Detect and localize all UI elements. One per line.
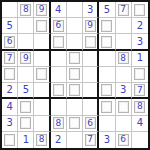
cell-r9c9 xyxy=(132,132,148,148)
cell-r7c3 xyxy=(34,99,50,115)
entry-input-filled[interactable]: 6 xyxy=(4,36,15,48)
cell-r2c6[interactable]: 9 xyxy=(83,18,99,34)
cell-r5c6 xyxy=(83,67,99,83)
cell-r7c5 xyxy=(67,99,83,115)
entry-input-filled[interactable]: 9 xyxy=(20,52,31,64)
given-digit: 4 xyxy=(137,118,143,128)
entry-input-empty[interactable] xyxy=(118,101,129,113)
cell-r4c6 xyxy=(83,51,99,67)
cell-r4c9: 1 xyxy=(132,51,148,67)
given-digit: 5 xyxy=(23,85,29,95)
cell-r1c8[interactable]: 7 xyxy=(116,2,132,18)
cell-r3c3 xyxy=(34,34,50,50)
cell-r2c8 xyxy=(116,18,132,34)
entry-digit: 6 xyxy=(55,21,61,30)
cell-r1c2[interactable]: 8 xyxy=(18,2,34,18)
cell-r3c4[interactable] xyxy=(51,34,67,50)
entry-input-filled[interactable]: 8 xyxy=(20,4,31,16)
cell-r3c7[interactable] xyxy=(99,34,115,50)
entry-input-filled[interactable]: 7 xyxy=(118,4,129,16)
cell-r2c4[interactable]: 6 xyxy=(51,18,67,34)
cell-r1c7: 5 xyxy=(99,2,115,18)
cell-r1c9[interactable] xyxy=(132,2,148,18)
given-digit: 1 xyxy=(137,53,143,63)
given-digit: 2 xyxy=(6,85,12,95)
sudoku-board: 89435756926379812537483864182736 xyxy=(0,0,150,150)
entry-digit: 9 xyxy=(39,5,45,14)
cell-r3c8 xyxy=(116,34,132,50)
entry-digit: 8 xyxy=(39,135,45,144)
cell-r9c6[interactable]: 7 xyxy=(83,132,99,148)
cell-r4c4 xyxy=(51,51,67,67)
cell-r4c1[interactable]: 7 xyxy=(2,51,18,67)
cell-r6c9[interactable]: 7 xyxy=(132,83,148,99)
entry-input-empty[interactable] xyxy=(4,68,15,80)
cell-r6c7[interactable] xyxy=(99,83,115,99)
cell-r3c5 xyxy=(67,34,83,50)
entry-digit: 9 xyxy=(23,54,29,63)
cell-r7c6 xyxy=(83,99,99,115)
entry-digit: 6 xyxy=(7,37,13,46)
cell-r4c5[interactable] xyxy=(67,51,83,67)
cell-r6c2: 5 xyxy=(18,83,34,99)
entry-input-empty[interactable] xyxy=(101,36,112,48)
cell-r1c3[interactable]: 9 xyxy=(34,2,50,18)
cell-r7c9[interactable]: 8 xyxy=(132,99,148,115)
cell-r7c1: 4 xyxy=(2,99,18,115)
cell-r6c1: 2 xyxy=(2,83,18,99)
given-digit: 5 xyxy=(6,21,12,31)
cell-r5c5[interactable] xyxy=(67,67,83,83)
cell-r2c1: 5 xyxy=(2,18,18,34)
cell-r5c1[interactable] xyxy=(2,67,18,83)
entry-input-empty[interactable] xyxy=(101,84,112,96)
cell-r8c9: 4 xyxy=(132,116,148,132)
cell-r9c7: 3 xyxy=(99,132,115,148)
cell-r9c8[interactable]: 6 xyxy=(116,132,132,148)
given-digit: 3 xyxy=(87,5,93,15)
given-digit: 4 xyxy=(55,5,61,15)
cell-r5c7 xyxy=(99,67,115,83)
entry-input-filled[interactable]: 6 xyxy=(118,134,129,146)
cell-r7c7[interactable] xyxy=(99,99,115,115)
entry-input-empty[interactable] xyxy=(69,84,80,96)
entry-digit: 7 xyxy=(120,5,126,14)
cell-r2c2 xyxy=(18,18,34,34)
entry-input-filled[interactable]: 8 xyxy=(134,101,145,113)
cell-r2c9: 2 xyxy=(132,18,148,34)
entry-input-filled[interactable]: 7 xyxy=(85,134,96,146)
cell-r8c7 xyxy=(99,116,115,132)
entry-input-filled[interactable]: 7 xyxy=(134,84,145,96)
given-digit: 3 xyxy=(120,85,126,95)
cell-r5c4 xyxy=(51,67,67,83)
entry-input-empty[interactable] xyxy=(20,101,31,113)
given-digit: 5 xyxy=(104,5,110,15)
cell-r8c5[interactable] xyxy=(67,116,83,132)
entry-digit: 8 xyxy=(120,54,126,63)
entry-digit: 9 xyxy=(87,21,93,30)
cell-r1c4: 4 xyxy=(51,2,67,18)
given-digit: 2 xyxy=(55,135,61,145)
entry-digit: 7 xyxy=(87,135,93,144)
given-digit: 3 xyxy=(104,135,110,145)
entry-digit: 8 xyxy=(23,5,29,14)
entry-input-empty[interactable] xyxy=(53,36,64,48)
entry-input-empty[interactable] xyxy=(134,4,145,16)
given-digit: 4 xyxy=(6,102,12,112)
cell-r8c4[interactable]: 8 xyxy=(51,116,67,132)
cell-r3c1[interactable]: 6 xyxy=(2,34,18,50)
cell-r8c1: 3 xyxy=(2,116,18,132)
cell-r6c4[interactable] xyxy=(51,83,67,99)
entry-input-filled[interactable]: 9 xyxy=(85,20,96,32)
cell-r6c5[interactable] xyxy=(67,83,83,99)
given-digit: 1 xyxy=(23,135,29,145)
cell-r2c7[interactable] xyxy=(99,18,115,34)
cell-r9c5 xyxy=(67,132,83,148)
cell-r1c1 xyxy=(2,2,18,18)
cell-r8c2[interactable] xyxy=(18,116,34,132)
entry-input-empty[interactable] xyxy=(69,117,80,129)
cell-r6c6 xyxy=(83,83,99,99)
cell-r6c8: 3 xyxy=(116,83,132,99)
entry-digit: 6 xyxy=(87,119,93,128)
cell-r4c2[interactable]: 9 xyxy=(18,51,34,67)
entry-digit: 6 xyxy=(120,135,126,144)
cell-r2c3[interactable] xyxy=(34,18,50,34)
entry-input-empty[interactable] xyxy=(36,68,47,80)
entry-input-empty[interactable] xyxy=(20,117,31,129)
given-digit: 3 xyxy=(137,37,143,47)
entry-input-empty[interactable] xyxy=(101,20,112,32)
cell-r8c8 xyxy=(116,116,132,132)
entry-digit: 8 xyxy=(55,119,61,128)
entry-input-empty[interactable] xyxy=(53,84,64,96)
cell-r9c1[interactable] xyxy=(2,132,18,148)
cell-r9c3[interactable]: 8 xyxy=(34,132,50,148)
cell-r1c5 xyxy=(67,2,83,18)
cell-r5c3[interactable] xyxy=(34,67,50,83)
entry-input-empty[interactable] xyxy=(69,68,80,80)
given-digit: 3 xyxy=(6,118,12,128)
entry-input-empty[interactable] xyxy=(36,20,47,32)
cell-r4c3 xyxy=(34,51,50,67)
entry-input-empty[interactable] xyxy=(69,52,80,64)
entry-digit: 7 xyxy=(137,86,143,95)
entry-input-empty[interactable] xyxy=(85,36,96,48)
cell-r7c2[interactable] xyxy=(18,99,34,115)
cell-r7c8[interactable] xyxy=(116,99,132,115)
cell-r3c2 xyxy=(18,34,34,50)
cell-r4c7 xyxy=(99,51,115,67)
cell-r5c8 xyxy=(116,67,132,83)
cell-r8c3 xyxy=(34,116,50,132)
cell-r5c9[interactable] xyxy=(132,67,148,83)
entry-input-filled[interactable]: 7 xyxy=(4,52,15,64)
entry-digit: 7 xyxy=(7,54,13,63)
cell-r9c4: 2 xyxy=(51,132,67,148)
entry-input-empty[interactable] xyxy=(101,101,112,113)
entry-input-filled[interactable]: 6 xyxy=(85,117,96,129)
cell-r5c2 xyxy=(18,67,34,83)
entry-input-filled[interactable]: 6 xyxy=(53,20,64,32)
cell-r6c3 xyxy=(34,83,50,99)
entry-input-filled[interactable]: 8 xyxy=(118,52,129,64)
entry-input-empty[interactable] xyxy=(4,134,15,146)
cell-r9c2: 1 xyxy=(18,132,34,148)
cell-r1c6: 3 xyxy=(83,2,99,18)
entry-input-filled[interactable]: 8 xyxy=(36,134,47,146)
entry-input-empty[interactable] xyxy=(134,68,145,80)
cell-r8c6[interactable]: 6 xyxy=(83,116,99,132)
cell-r7c4 xyxy=(51,99,67,115)
cell-r3c9: 3 xyxy=(132,34,148,50)
entry-input-filled[interactable]: 9 xyxy=(36,4,47,16)
cell-r4c8[interactable]: 8 xyxy=(116,51,132,67)
entry-input-filled[interactable]: 8 xyxy=(53,117,64,129)
entry-digit: 8 xyxy=(137,102,143,111)
cell-r2c5 xyxy=(67,18,83,34)
cell-r3c6[interactable] xyxy=(83,34,99,50)
given-digit: 2 xyxy=(137,21,143,31)
